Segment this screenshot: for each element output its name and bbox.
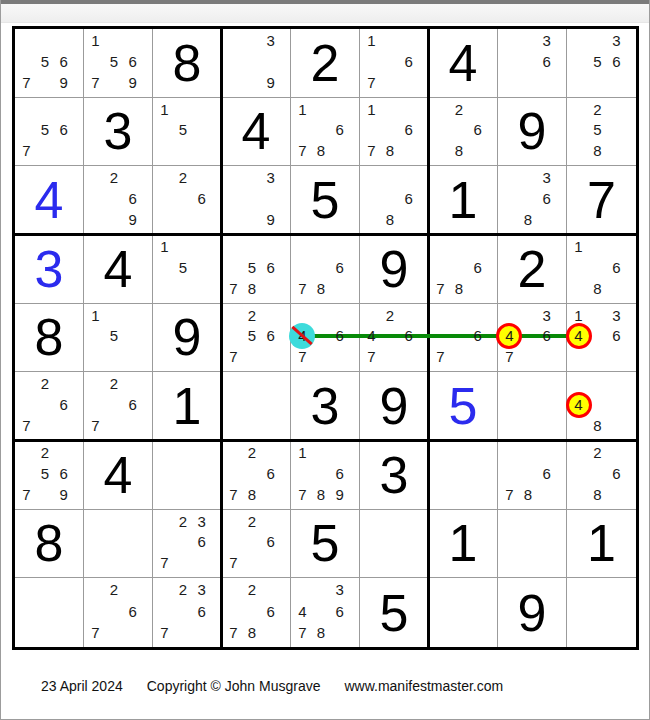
candidate-2: 2 bbox=[36, 442, 55, 463]
empty-slot bbox=[105, 601, 124, 622]
cell-r6c7[interactable]: 5 bbox=[429, 372, 498, 441]
empty-slot bbox=[569, 484, 588, 505]
given-digit: 9 bbox=[498, 578, 566, 647]
empty-slot bbox=[431, 622, 450, 643]
empty-slot bbox=[381, 167, 400, 188]
pencil-marks: 168 bbox=[567, 235, 636, 303]
empty-slot bbox=[362, 511, 381, 532]
cell-r7c1[interactable]: 25679 bbox=[15, 441, 84, 510]
candidate-5: 5 bbox=[174, 120, 193, 141]
cell-r9c2[interactable]: 267 bbox=[84, 578, 153, 647]
empty-slot bbox=[174, 236, 193, 257]
given-digit: 1 bbox=[429, 510, 497, 578]
candidate-3: 3 bbox=[192, 511, 211, 532]
cell-r2c1[interactable]: 567 bbox=[15, 98, 84, 167]
cell-r8c1[interactable]: 8 bbox=[15, 510, 84, 579]
cell-r2c9[interactable]: 258 bbox=[567, 98, 636, 167]
candidate-7: 7 bbox=[293, 484, 312, 505]
cell-r5c7[interactable]: 67 bbox=[429, 304, 498, 373]
candidate-3: 3 bbox=[192, 579, 211, 600]
empty-slot bbox=[17, 622, 36, 643]
empty-slot bbox=[312, 99, 331, 120]
empty-slot bbox=[362, 552, 381, 573]
cell-r2c6[interactable]: 1678 bbox=[360, 98, 429, 167]
empty-slot bbox=[155, 167, 174, 188]
given-digit: 7 bbox=[567, 166, 636, 234]
empty-slot bbox=[155, 442, 174, 463]
empty-slot bbox=[537, 532, 556, 553]
empty-slot bbox=[330, 442, 349, 463]
candidate-6: 6 bbox=[468, 120, 487, 141]
cell-r5c8[interactable]: 3467 bbox=[498, 304, 567, 373]
empty-slot bbox=[569, 120, 588, 141]
empty-slot bbox=[519, 51, 538, 72]
cell-r8c3[interactable]: 2367 bbox=[153, 510, 222, 579]
candidate-6: 6 bbox=[261, 463, 280, 484]
cell-r5c5[interactable]: 467 bbox=[291, 304, 360, 373]
candidate-3: 3 bbox=[261, 167, 280, 188]
cell-r5c6[interactable]: 2467 bbox=[360, 304, 429, 373]
empty-slot bbox=[155, 120, 174, 141]
cell-r2c2[interactable]: 3 bbox=[84, 98, 153, 167]
cell-r7c3[interactable] bbox=[153, 441, 222, 510]
cell-r4c4[interactable]: 5678 bbox=[222, 235, 291, 304]
cell-r9c1[interactable] bbox=[15, 578, 84, 647]
empty-slot bbox=[588, 346, 607, 367]
cell-r2c5[interactable]: 1678 bbox=[291, 98, 360, 167]
candidate-5: 5 bbox=[174, 257, 193, 278]
cell-r6c2[interactable]: 267 bbox=[84, 372, 153, 441]
candidate-5: 5 bbox=[243, 257, 262, 278]
pencil-marks: 5679 bbox=[15, 29, 83, 97]
candidate-2: 2 bbox=[174, 167, 193, 188]
footer-date: 23 April 2024 bbox=[41, 678, 123, 694]
cell-r1c3[interactable]: 8 bbox=[153, 29, 222, 98]
empty-slot bbox=[224, 601, 243, 622]
cell-r9c7[interactable] bbox=[429, 578, 498, 647]
solved-digit: 4 bbox=[15, 166, 83, 234]
empty-slot bbox=[537, 442, 556, 463]
empty-slot bbox=[450, 346, 469, 367]
candidate-7: 7 bbox=[362, 140, 381, 161]
pencil-marks: 268 bbox=[567, 441, 636, 509]
candidate-9: 9 bbox=[261, 209, 280, 230]
cell-r9c4[interactable]: 2678 bbox=[222, 578, 291, 647]
empty-slot bbox=[381, 511, 400, 532]
candidate-1: 1 bbox=[86, 305, 105, 326]
cell-r7c7[interactable] bbox=[429, 441, 498, 510]
empty-slot bbox=[330, 622, 349, 643]
candidate-3: 3 bbox=[537, 167, 556, 188]
candidate-2: 2 bbox=[588, 442, 607, 463]
empty-slot bbox=[224, 511, 243, 532]
pencil-marks bbox=[498, 372, 566, 440]
candidate-6: 6 bbox=[468, 257, 487, 278]
cell-r4c7[interactable]: 678 bbox=[429, 235, 498, 304]
cell-r3c9[interactable]: 7 bbox=[567, 166, 636, 235]
cell-r5c4[interactable]: 2567 bbox=[222, 304, 291, 373]
empty-slot bbox=[381, 532, 400, 553]
pencil-marks: 2367 bbox=[153, 578, 221, 647]
empty-slot bbox=[607, 415, 626, 436]
cell-r8c6[interactable] bbox=[360, 510, 429, 579]
empty-slot bbox=[468, 236, 487, 257]
candidate-9: 9 bbox=[54, 484, 73, 505]
cell-r1c6[interactable]: 167 bbox=[360, 29, 429, 98]
candidate-2: 2 bbox=[105, 167, 124, 188]
cell-r1c9[interactable]: 356 bbox=[567, 29, 636, 98]
empty-slot bbox=[155, 601, 174, 622]
empty-slot bbox=[468, 442, 487, 463]
cell-r8c5[interactable]: 5 bbox=[291, 510, 360, 579]
empty-slot bbox=[17, 394, 36, 415]
candidate-2: 2 bbox=[243, 511, 262, 532]
candidate-7: 7 bbox=[293, 278, 312, 299]
cell-r6c1[interactable]: 267 bbox=[15, 372, 84, 441]
pencil-marks bbox=[15, 578, 83, 647]
empty-slot bbox=[468, 579, 487, 600]
empty-slot bbox=[261, 442, 280, 463]
pencil-marks bbox=[222, 372, 290, 440]
candidate-6: 6 bbox=[123, 394, 142, 415]
empty-slot bbox=[192, 140, 211, 161]
empty-slot bbox=[86, 532, 105, 553]
pencil-marks: 167 bbox=[360, 29, 428, 97]
empty-slot bbox=[105, 72, 124, 93]
empty-slot bbox=[607, 346, 626, 367]
empty-slot bbox=[431, 305, 450, 326]
empty-slot bbox=[500, 373, 519, 394]
cell-r4c1[interactable]: 3 bbox=[15, 235, 84, 304]
empty-slot bbox=[174, 552, 193, 573]
cell-r5c3[interactable]: 9 bbox=[153, 304, 222, 373]
cell-r3c1[interactable]: 4 bbox=[15, 166, 84, 235]
cell-r8c8[interactable] bbox=[498, 510, 567, 579]
cell-r8c7[interactable]: 1 bbox=[429, 510, 498, 579]
cell-r4c5[interactable]: 678 bbox=[291, 235, 360, 304]
candidate-2: 2 bbox=[174, 511, 193, 532]
cell-r1c2[interactable]: 15679 bbox=[84, 29, 153, 98]
empty-slot bbox=[468, 601, 487, 622]
cell-r7c8[interactable]: 678 bbox=[498, 441, 567, 510]
cell-r1c4[interactable]: 39 bbox=[222, 29, 291, 98]
candidate-9: 9 bbox=[123, 72, 142, 93]
candidate-2: 2 bbox=[588, 99, 607, 120]
cell-r3c7[interactable]: 1 bbox=[429, 166, 498, 235]
cell-r8c4[interactable]: 267 bbox=[222, 510, 291, 579]
empty-slot bbox=[86, 394, 105, 415]
pencil-marks: 26 bbox=[153, 166, 221, 234]
empty-slot bbox=[155, 257, 174, 278]
cell-r2c8[interactable]: 9 bbox=[498, 98, 567, 167]
cell-r7c2[interactable]: 4 bbox=[84, 441, 153, 510]
empty-slot bbox=[86, 601, 105, 622]
given-digit: 9 bbox=[153, 304, 221, 372]
cell-r8c9[interactable]: 1 bbox=[567, 510, 636, 579]
empty-slot bbox=[362, 305, 381, 326]
empty-slot bbox=[399, 346, 418, 367]
candidate-6: 6 bbox=[192, 188, 211, 209]
empty-slot bbox=[54, 99, 73, 120]
empty-slot bbox=[36, 140, 55, 161]
cell-r9c3[interactable]: 2367 bbox=[153, 578, 222, 647]
empty-slot bbox=[381, 120, 400, 141]
pencil-marks: 678 bbox=[429, 235, 497, 303]
cell-r9c5[interactable]: 34678 bbox=[291, 578, 360, 647]
cell-r3c4[interactable]: 39 bbox=[222, 166, 291, 235]
candidate-6: 6 bbox=[123, 601, 142, 622]
empty-slot bbox=[362, 209, 381, 230]
candidate-6: 6 bbox=[399, 326, 418, 347]
pencil-marks: 267 bbox=[84, 578, 152, 647]
empty-slot bbox=[54, 622, 73, 643]
empty-slot bbox=[450, 463, 469, 484]
given-digit: 1 bbox=[567, 510, 636, 578]
empty-slot bbox=[192, 99, 211, 120]
empty-slot bbox=[312, 120, 331, 141]
cell-r1c8[interactable]: 36 bbox=[498, 29, 567, 98]
empty-slot bbox=[330, 236, 349, 257]
cell-r5c9[interactable]: 1346 bbox=[567, 304, 636, 373]
cell-r4c6[interactable]: 9 bbox=[360, 235, 429, 304]
empty-slot bbox=[174, 140, 193, 161]
cell-r3c3[interactable]: 26 bbox=[153, 166, 222, 235]
cell-r9c6[interactable]: 5 bbox=[360, 578, 429, 647]
empty-slot bbox=[569, 30, 588, 51]
empty-slot bbox=[607, 99, 626, 120]
empty-slot bbox=[105, 209, 124, 230]
empty-slot bbox=[330, 346, 349, 367]
empty-slot bbox=[381, 188, 400, 209]
given-digit bbox=[567, 578, 636, 647]
cell-r9c8[interactable]: 9 bbox=[498, 578, 567, 647]
empty-slot bbox=[105, 511, 124, 532]
pencil-marks: 356 bbox=[567, 29, 636, 97]
empty-slot bbox=[123, 326, 142, 347]
title-bar bbox=[1, 0, 649, 23]
empty-slot bbox=[362, 188, 381, 209]
candidate-9: 9 bbox=[54, 72, 73, 93]
cell-r2c4[interactable]: 4 bbox=[222, 98, 291, 167]
empty-slot bbox=[243, 532, 262, 553]
empty-slot bbox=[261, 373, 280, 394]
sudoku-board: 5679156798392167436356567315416781678268… bbox=[12, 26, 639, 650]
empty-slot bbox=[86, 346, 105, 367]
empty-slot bbox=[537, 552, 556, 573]
cell-r6c4[interactable] bbox=[222, 372, 291, 441]
empty-slot bbox=[123, 167, 142, 188]
candidate-8: 8 bbox=[312, 278, 331, 299]
candidate-5: 5 bbox=[243, 326, 262, 347]
cell-r1c7[interactable]: 4 bbox=[429, 29, 498, 98]
cell-r8c2[interactable] bbox=[84, 510, 153, 579]
candidate-7: 7 bbox=[224, 484, 243, 505]
cell-r5c1[interactable]: 8 bbox=[15, 304, 84, 373]
empty-slot bbox=[174, 622, 193, 643]
empty-slot bbox=[54, 579, 73, 600]
empty-slot bbox=[362, 532, 381, 553]
candidate-6: 6 bbox=[330, 463, 349, 484]
empty-slot bbox=[381, 552, 400, 573]
candidate-1: 1 bbox=[155, 236, 174, 257]
empty-slot bbox=[155, 278, 174, 299]
candidate-7: 7 bbox=[293, 140, 312, 161]
candidate-8: 8 bbox=[450, 140, 469, 161]
empty-slot bbox=[500, 511, 519, 532]
empty-slot bbox=[155, 484, 174, 505]
empty-slot bbox=[569, 99, 588, 120]
cell-r2c3[interactable]: 15 bbox=[153, 98, 222, 167]
candidate-3: 3 bbox=[330, 579, 349, 600]
cell-r7c9[interactable]: 268 bbox=[567, 441, 636, 510]
candidate-5: 5 bbox=[36, 120, 55, 141]
empty-slot bbox=[243, 51, 262, 72]
candidate-6: 6 bbox=[537, 51, 556, 72]
pencil-marks bbox=[84, 510, 152, 578]
empty-slot bbox=[17, 373, 36, 394]
empty-slot bbox=[243, 552, 262, 573]
empty-slot bbox=[243, 236, 262, 257]
empty-slot bbox=[105, 552, 124, 573]
empty-slot bbox=[381, 30, 400, 51]
candidate-7: 7 bbox=[17, 72, 36, 93]
empty-slot bbox=[468, 305, 487, 326]
empty-slot bbox=[105, 305, 124, 326]
empty-slot bbox=[312, 601, 331, 622]
candidate-6: 6 bbox=[399, 188, 418, 209]
empty-slot bbox=[36, 601, 55, 622]
empty-slot bbox=[399, 167, 418, 188]
empty-slot bbox=[500, 394, 519, 415]
solved-digit: 5 bbox=[429, 372, 497, 440]
candidate-8: 8 bbox=[243, 622, 262, 643]
cell-r6c8[interactable] bbox=[498, 372, 567, 441]
candidate-3: 3 bbox=[537, 30, 556, 51]
empty-slot bbox=[312, 463, 331, 484]
cell-r3c5[interactable]: 5 bbox=[291, 166, 360, 235]
cell-r1c1[interactable]: 5679 bbox=[15, 29, 84, 98]
empty-slot bbox=[450, 601, 469, 622]
candidate-8: 8 bbox=[588, 484, 607, 505]
empty-slot bbox=[537, 72, 556, 93]
pencil-marks: 15 bbox=[153, 98, 221, 166]
candidate-6: 6 bbox=[537, 463, 556, 484]
empty-slot bbox=[588, 463, 607, 484]
empty-slot bbox=[431, 236, 450, 257]
cell-r4c3[interactable]: 15 bbox=[153, 235, 222, 304]
empty-slot bbox=[607, 140, 626, 161]
empty-slot bbox=[468, 622, 487, 643]
pencil-marks: 2678 bbox=[222, 441, 290, 509]
cell-r3c8[interactable]: 368 bbox=[498, 166, 567, 235]
cell-r4c2[interactable]: 4 bbox=[84, 235, 153, 304]
given-digit: 2 bbox=[291, 29, 359, 97]
cell-r9c9[interactable] bbox=[567, 578, 636, 647]
empty-slot bbox=[123, 30, 142, 51]
empty-slot bbox=[588, 326, 607, 347]
candidate-4: 4 bbox=[293, 326, 312, 347]
cell-r5c2[interactable]: 15 bbox=[84, 304, 153, 373]
pencil-marks: 1346 bbox=[567, 304, 636, 372]
cell-r1c5[interactable]: 2 bbox=[291, 29, 360, 98]
empty-slot bbox=[174, 484, 193, 505]
pencil-marks: 25679 bbox=[15, 441, 83, 509]
candidate-8: 8 bbox=[312, 140, 331, 161]
candidate-2: 2 bbox=[174, 579, 193, 600]
cell-r4c9[interactable]: 168 bbox=[567, 235, 636, 304]
empty-slot bbox=[54, 30, 73, 51]
candidate-7: 7 bbox=[17, 140, 36, 161]
empty-slot bbox=[399, 532, 418, 553]
cell-r2c7[interactable]: 268 bbox=[429, 98, 498, 167]
empty-slot bbox=[192, 278, 211, 299]
cell-r6c6[interactable]: 9 bbox=[360, 372, 429, 441]
cell-r4c8[interactable]: 2 bbox=[498, 235, 567, 304]
cell-r6c3[interactable]: 1 bbox=[153, 372, 222, 441]
empty-slot bbox=[431, 140, 450, 161]
candidate-6: 6 bbox=[261, 532, 280, 553]
empty-slot bbox=[123, 532, 142, 553]
empty-slot bbox=[36, 394, 55, 415]
candidate-3: 3 bbox=[607, 305, 626, 326]
empty-slot bbox=[261, 236, 280, 257]
empty-slot bbox=[36, 484, 55, 505]
pencil-marks: 15679 bbox=[84, 29, 152, 97]
empty-slot bbox=[500, 72, 519, 93]
cell-r7c4[interactable]: 2678 bbox=[222, 441, 291, 510]
given-digit: 8 bbox=[15, 304, 83, 372]
candidate-7: 7 bbox=[431, 278, 450, 299]
cell-r3c6[interactable]: 68 bbox=[360, 166, 429, 235]
empty-slot bbox=[224, 51, 243, 72]
empty-slot bbox=[261, 511, 280, 532]
empty-slot bbox=[17, 120, 36, 141]
cell-r7c6[interactable]: 3 bbox=[360, 441, 429, 510]
footer-website[interactable]: www.manifestmaster.com bbox=[344, 678, 503, 694]
cell-r6c9[interactable]: 48 bbox=[567, 372, 636, 441]
candidate-3: 3 bbox=[607, 30, 626, 51]
empty-slot bbox=[431, 601, 450, 622]
candidate-2: 2 bbox=[105, 373, 124, 394]
candidate-7: 7 bbox=[293, 346, 312, 367]
empty-slot bbox=[224, 257, 243, 278]
empty-slot bbox=[293, 257, 312, 278]
candidate-6: 6 bbox=[192, 532, 211, 553]
cell-r6c5[interactable]: 3 bbox=[291, 372, 360, 441]
candidate-4: 4 bbox=[569, 326, 588, 347]
given-digit: 3 bbox=[360, 441, 428, 509]
empty-slot bbox=[312, 257, 331, 278]
empty-slot bbox=[261, 394, 280, 415]
empty-slot bbox=[381, 99, 400, 120]
empty-slot bbox=[174, 463, 193, 484]
given-digit: 5 bbox=[360, 578, 428, 647]
pencil-marks: 15 bbox=[153, 235, 221, 303]
candidate-1: 1 bbox=[362, 99, 381, 120]
empty-slot bbox=[293, 463, 312, 484]
empty-slot bbox=[174, 532, 193, 553]
candidate-6: 6 bbox=[192, 601, 211, 622]
candidate-5: 5 bbox=[36, 51, 55, 72]
cell-r7c5[interactable]: 16789 bbox=[291, 441, 360, 510]
empty-slot bbox=[243, 463, 262, 484]
empty-slot bbox=[569, 415, 588, 436]
empty-slot bbox=[86, 326, 105, 347]
empty-slot bbox=[174, 209, 193, 230]
empty-slot bbox=[224, 30, 243, 51]
cell-r3c2[interactable]: 269 bbox=[84, 166, 153, 235]
empty-slot bbox=[224, 373, 243, 394]
